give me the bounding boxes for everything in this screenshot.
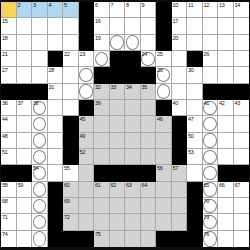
cell-r3c4[interactable]: [48, 35, 64, 51]
clue-number: 10: [173, 2, 179, 8]
cell-r5c7-block: [94, 67, 110, 83]
cell-r15c12-block: [172, 231, 188, 247]
cell-r11c15-block: [218, 165, 234, 181]
cell-r1c3[interactable]: 3: [32, 2, 48, 18]
cell-r13c3[interactable]: [32, 198, 48, 214]
clue-number: 45: [80, 116, 86, 122]
cell-r3c10[interactable]: [141, 35, 157, 51]
cell-r11c11[interactable]: 56: [156, 165, 172, 181]
cell-r7c4[interactable]: [48, 100, 64, 116]
cell-r2c2[interactable]: [17, 18, 33, 34]
cell-r4c14[interactable]: 26: [203, 51, 219, 67]
cell-r6c13[interactable]: [187, 84, 203, 100]
cell-r8c2[interactable]: [17, 116, 33, 132]
cell-r1c6-block: [79, 2, 95, 18]
cell-r10c10[interactable]: [141, 149, 157, 165]
cell-r6c2-block: [17, 84, 33, 100]
circle-marker: [203, 150, 217, 164]
cell-r14c11[interactable]: [156, 214, 172, 230]
cell-r11c14[interactable]: [203, 165, 219, 181]
cell-r1c5[interactable]: 5: [63, 2, 79, 18]
clue-number: 2: [18, 2, 21, 8]
clue-number: 26: [204, 51, 210, 57]
clue-number: 12: [204, 2, 210, 8]
cell-r5c5[interactable]: [63, 67, 79, 83]
cell-r6c12[interactable]: [172, 84, 188, 100]
clue-number: 24: [142, 51, 148, 57]
cell-r5c16[interactable]: [234, 67, 250, 83]
cell-r15c9[interactable]: [125, 231, 141, 247]
cell-r12c6[interactable]: [79, 182, 95, 198]
clue-number: 37: [18, 100, 24, 106]
cell-r2c9[interactable]: [125, 18, 141, 34]
cell-r11c2-block: [17, 165, 33, 181]
cell-r14c15[interactable]: [218, 214, 234, 230]
cell-r12c9[interactable]: 63: [125, 182, 141, 198]
cell-r14c3[interactable]: [32, 214, 48, 230]
clue-number: 13: [219, 2, 225, 8]
cell-r10c16[interactable]: [234, 149, 250, 165]
circle-marker: [33, 166, 47, 180]
cell-r9c14[interactable]: [203, 133, 219, 149]
clue-number: 47: [188, 116, 194, 122]
cell-r6c7[interactable]: 32: [94, 84, 110, 100]
cell-r5c2[interactable]: [17, 67, 33, 83]
cell-r10c8[interactable]: [110, 149, 126, 165]
cell-r3c3[interactable]: [32, 35, 48, 51]
cell-r15c1[interactable]: 74: [1, 231, 17, 247]
crossword-grid[interactable]: 2345678910111213141516171819202122232425…: [0, 0, 250, 250]
clue-number: 34: [126, 84, 132, 90]
cell-r1c13[interactable]: 11: [187, 2, 203, 18]
cell-r4c9-block: [125, 51, 141, 67]
clue-number: 59: [18, 182, 24, 188]
cell-r1c16[interactable]: 14: [234, 2, 250, 18]
cell-r7c7[interactable]: 39: [94, 100, 110, 116]
cell-r15c15[interactable]: [218, 231, 234, 247]
cell-r3c14[interactable]: [203, 35, 219, 51]
cell-r7c8[interactable]: [110, 100, 126, 116]
cell-r8c11[interactable]: 46: [156, 116, 172, 132]
cell-r5c9-block: [125, 67, 141, 83]
cell-r3c16[interactable]: [234, 35, 250, 51]
cell-r8c8[interactable]: [110, 116, 126, 132]
cell-r3c11-block: [156, 35, 172, 51]
cell-r13c5[interactable]: 69: [63, 198, 79, 214]
cell-r9c16[interactable]: [234, 133, 250, 149]
cell-r12c2[interactable]: 59: [17, 182, 33, 198]
circle-marker: [203, 166, 217, 180]
clue-number: 6: [95, 2, 98, 8]
cell-r2c5[interactable]: [63, 18, 79, 34]
cell-r10c13[interactable]: 53: [187, 149, 203, 165]
cell-r2c8[interactable]: [110, 18, 126, 34]
cell-r13c14[interactable]: 70: [203, 198, 219, 214]
cell-r4c3[interactable]: [32, 51, 48, 67]
cell-r9c6[interactable]: 49: [79, 133, 95, 149]
cell-r12c7[interactable]: 61: [94, 182, 110, 198]
clue-number: 63: [126, 182, 132, 188]
circle-marker: [203, 101, 217, 115]
cell-r11c4[interactable]: [48, 165, 64, 181]
cell-r7c12[interactable]: 40: [172, 100, 188, 116]
circle-marker: [203, 199, 217, 213]
clue-number: 28: [49, 67, 55, 73]
cell-r15c2[interactable]: [17, 231, 33, 247]
cell-r1c8[interactable]: 7: [110, 2, 126, 18]
cell-r14c5[interactable]: 72: [63, 214, 79, 230]
clue-number: 18: [2, 35, 8, 41]
cell-r2c16[interactable]: [234, 18, 250, 34]
cell-r14c10[interactable]: [141, 214, 157, 230]
cell-r8c16[interactable]: [234, 116, 250, 132]
cell-r9c13[interactable]: 50: [187, 133, 203, 149]
cell-r1c15[interactable]: 13: [218, 2, 234, 18]
cell-r12c15[interactable]: 66: [218, 182, 234, 198]
cell-r9c4[interactable]: [48, 133, 64, 149]
cell-r3c13[interactable]: [187, 35, 203, 51]
cell-r14c8[interactable]: [110, 214, 126, 230]
cell-r8c5-block: [63, 116, 79, 132]
cell-r7c9[interactable]: [125, 100, 141, 116]
cell-r4c2[interactable]: [17, 51, 33, 67]
cell-r3c7[interactable]: 19: [94, 35, 110, 51]
clue-number: 54: [33, 165, 39, 171]
cell-r3c15[interactable]: [218, 35, 234, 51]
cell-r2c12[interactable]: 17: [172, 18, 188, 34]
clue-number: 70: [204, 198, 210, 204]
cell-r3c9[interactable]: [125, 35, 141, 51]
cell-r13c2[interactable]: [17, 198, 33, 214]
cell-r10c3[interactable]: [32, 149, 48, 165]
cell-r5c10-block: [141, 67, 157, 83]
cell-r4c5[interactable]: 22: [63, 51, 79, 67]
cell-r5c6[interactable]: [79, 67, 95, 83]
cell-r5c1[interactable]: 27: [1, 67, 17, 83]
clue-number: 42: [219, 100, 225, 106]
cell-r7c5[interactable]: [63, 100, 79, 116]
clue-number: 3: [33, 2, 36, 8]
cell-r1c11-block: [156, 2, 172, 18]
cell-r4c15[interactable]: [218, 51, 234, 67]
cell-r1c4[interactable]: 4: [48, 2, 64, 18]
cell-r15c6-block: [79, 231, 95, 247]
cell-r6c5[interactable]: [63, 84, 79, 100]
clue-number: 19: [95, 35, 101, 41]
cell-r13c15[interactable]: [218, 198, 234, 214]
cell-r4c11[interactable]: 25: [156, 51, 172, 67]
cell-r7c11-block: [156, 100, 172, 116]
cell-r12c10[interactable]: 64: [141, 182, 157, 198]
cell-r13c4-block: [48, 198, 64, 214]
cell-r7c14[interactable]: 41: [203, 100, 219, 116]
cell-r2c14[interactable]: [203, 18, 219, 34]
clue-number: 51: [2, 149, 8, 155]
cell-r1c1[interactable]: [1, 2, 17, 18]
cell-r1c7[interactable]: 6: [94, 2, 110, 18]
circle-marker: [203, 215, 217, 229]
clue-number: 33: [111, 84, 117, 90]
cell-r8c7[interactable]: [94, 116, 110, 132]
clue-number: 8: [126, 2, 129, 8]
cell-r2c7[interactable]: 16: [94, 18, 110, 34]
cell-r14c13-block: [187, 214, 203, 230]
cell-r9c15[interactable]: [218, 133, 234, 149]
cell-r4c13-block: [187, 51, 203, 67]
cell-r14c9[interactable]: [125, 214, 141, 230]
cell-r10c14[interactable]: [203, 149, 219, 165]
clue-number: 75: [95, 231, 101, 237]
cell-r3c5[interactable]: [63, 35, 79, 51]
cell-r14c2[interactable]: [17, 214, 33, 230]
clue-number: 11: [188, 2, 193, 8]
cell-r15c7[interactable]: 75: [94, 231, 110, 247]
cell-r11c12[interactable]: 57: [172, 165, 188, 181]
circle-marker: [203, 182, 217, 196]
circle-marker: [79, 84, 93, 98]
cell-r15c5-block: [63, 231, 79, 247]
cell-r7c1[interactable]: 36: [1, 100, 17, 116]
clue-number: 31: [49, 84, 55, 90]
cell-r11c1-block: [1, 165, 17, 181]
cell-r6c9[interactable]: 34: [125, 84, 141, 100]
cell-r8c15[interactable]: [218, 116, 234, 132]
cell-r12c4-block: [48, 182, 64, 198]
cell-r2c1[interactable]: 15: [1, 18, 17, 34]
cell-r9c8[interactable]: [110, 133, 126, 149]
cell-r8c14[interactable]: [203, 116, 219, 132]
cell-r15c3[interactable]: [32, 231, 48, 247]
clue-number: 7: [111, 2, 114, 8]
cell-r11c7-block: [94, 165, 110, 181]
cell-r11c3[interactable]: 54: [32, 165, 48, 181]
clue-number: 62: [111, 182, 117, 188]
cell-r12c12[interactable]: [172, 182, 188, 198]
cell-r3c12[interactable]: 20: [172, 35, 188, 51]
cell-r15c14[interactable]: 76: [203, 231, 219, 247]
cell-r13c10[interactable]: [141, 198, 157, 214]
cell-r14c4-block: [48, 214, 64, 230]
cell-r8c3[interactable]: [32, 116, 48, 132]
cell-r10c5-block: [63, 149, 79, 165]
cell-r11c13[interactable]: [187, 165, 203, 181]
cell-r5c8-block: [110, 67, 126, 83]
cell-r8c10[interactable]: [141, 116, 157, 132]
cell-r3c8[interactable]: [110, 35, 126, 51]
cell-r11c10-block: [141, 165, 157, 181]
clue-number: 60: [64, 182, 70, 188]
cell-r2c10[interactable]: [141, 18, 157, 34]
cell-r8c12-block: [172, 116, 188, 132]
cell-r15c10[interactable]: [141, 231, 157, 247]
cell-r14c1[interactable]: 71: [1, 214, 17, 230]
cell-r12c8[interactable]: 62: [110, 182, 126, 198]
cell-r13c1[interactable]: 68: [1, 198, 17, 214]
cell-r6c4[interactable]: 31: [48, 84, 64, 100]
cell-r8c9[interactable]: [125, 116, 141, 132]
cell-r10c15[interactable]: [218, 149, 234, 165]
cell-r14c7[interactable]: [94, 214, 110, 230]
cell-r11c6[interactable]: [79, 165, 95, 181]
cell-r1c14[interactable]: 12: [203, 2, 219, 18]
cell-r8c13[interactable]: 47: [187, 116, 203, 132]
clue-number: 20: [173, 35, 179, 41]
cell-r1c9[interactable]: 8: [125, 2, 141, 18]
cell-r13c9[interactable]: [125, 198, 141, 214]
cell-r5c3[interactable]: [32, 67, 48, 83]
clue-number: 64: [142, 182, 148, 188]
cell-r7c15[interactable]: 42: [218, 100, 234, 116]
cell-r6c14-block: [203, 84, 219, 100]
cell-r2c15[interactable]: [218, 18, 234, 34]
cell-r11c5[interactable]: 55: [63, 165, 79, 181]
clue-number: 39: [95, 100, 101, 106]
cell-r10c7[interactable]: [94, 149, 110, 165]
cell-r5c14[interactable]: [203, 67, 219, 83]
cell-r12c16[interactable]: 67: [234, 182, 250, 198]
clue-number: 5: [64, 2, 67, 8]
cell-r4c6[interactable]: 23: [79, 51, 95, 67]
cell-r12c14[interactable]: 65: [203, 182, 219, 198]
circle-marker: [110, 35, 124, 49]
cell-r14c14[interactable]: 73: [203, 214, 219, 230]
cell-r1c2[interactable]: 2: [17, 2, 33, 18]
clue-number: 67: [235, 182, 241, 188]
clue-number: 50: [188, 133, 194, 139]
circle-marker: [126, 35, 140, 49]
clue-number: 15: [2, 18, 8, 24]
cell-r13c6[interactable]: [79, 198, 95, 214]
cell-r10c11[interactable]: [156, 149, 172, 165]
clue-number: 25: [157, 51, 163, 57]
cell-r5c13[interactable]: 30: [187, 67, 203, 83]
cell-r12c11[interactable]: [156, 182, 172, 198]
clue-number: 23: [80, 51, 86, 57]
cell-r12c1[interactable]: 58: [1, 182, 17, 198]
cell-r6c1-block: [1, 84, 17, 100]
cell-r9c2[interactable]: [17, 133, 33, 149]
cell-r9c1[interactable]: 48: [1, 133, 17, 149]
circle-marker: [203, 133, 217, 147]
cell-r2c6-block: [79, 18, 95, 34]
cell-r9c10[interactable]: [141, 133, 157, 149]
cell-r1c12[interactable]: 10: [172, 2, 188, 18]
cell-r8c4[interactable]: [48, 116, 64, 132]
cell-r12c5[interactable]: 60: [63, 182, 79, 198]
cell-r13c16[interactable]: [234, 198, 250, 214]
cell-r9c5-block: [63, 133, 79, 149]
cell-r4c7[interactable]: [94, 51, 110, 67]
cell-r4c10[interactable]: 24: [141, 51, 157, 67]
cell-r5c4[interactable]: 28: [48, 67, 64, 83]
clue-number: 14: [235, 2, 241, 8]
circle-marker: [95, 52, 109, 66]
cell-r9c9[interactable]: [125, 133, 141, 149]
cell-r9c3[interactable]: [32, 133, 48, 149]
cell-r2c3[interactable]: [32, 18, 48, 34]
cell-r7c2[interactable]: 37: [17, 100, 33, 116]
cell-r6c8[interactable]: 33: [110, 84, 126, 100]
cell-r14c6[interactable]: [79, 214, 95, 230]
cell-r15c8[interactable]: [110, 231, 126, 247]
cell-r5c15[interactable]: [218, 67, 234, 83]
cell-r7c13[interactable]: [187, 100, 203, 116]
cell-r1c10[interactable]: 9: [141, 2, 157, 18]
cell-r10c6[interactable]: 52: [79, 149, 95, 165]
cell-r11c16-block: [234, 165, 250, 181]
cell-r13c11[interactable]: [156, 198, 172, 214]
cell-r5c11[interactable]: 29: [156, 67, 172, 83]
cell-r3c1[interactable]: 18: [1, 35, 17, 51]
cell-r4c16[interactable]: [234, 51, 250, 67]
cell-r10c4[interactable]: [48, 149, 64, 165]
clue-number: 57: [173, 165, 179, 171]
circle-marker: [33, 182, 47, 196]
clue-number: 35: [142, 84, 148, 90]
clue-number: 66: [219, 182, 225, 188]
cell-r6c16-block: [234, 84, 250, 100]
clue-number: 48: [2, 133, 8, 139]
clue-number: 52: [80, 149, 86, 155]
cell-r9c11[interactable]: [156, 133, 172, 149]
clue-number: 40: [173, 100, 179, 106]
cell-r6c10[interactable]: 35: [141, 84, 157, 100]
cell-r4c12[interactable]: [172, 51, 188, 67]
cell-r7c6-block: [79, 100, 95, 116]
cell-r8c1[interactable]: 44: [1, 116, 17, 132]
clue-number: 58: [2, 182, 8, 188]
cell-r3c6-block: [79, 35, 95, 51]
cell-r11c8-block: [110, 165, 126, 181]
cell-r4c1[interactable]: 21: [1, 51, 17, 67]
cell-r15c11-block: [156, 231, 172, 247]
clue-number: 30: [188, 67, 194, 73]
cell-r10c9[interactable]: [125, 149, 141, 165]
cell-r13c7[interactable]: [94, 198, 110, 214]
cell-r13c12[interactable]: [172, 198, 188, 214]
cell-r9c7[interactable]: [94, 133, 110, 149]
cell-r2c13[interactable]: [187, 18, 203, 34]
cell-r10c2[interactable]: [17, 149, 33, 165]
clue-number: 46: [157, 116, 163, 122]
clue-number: 44: [2, 116, 8, 122]
cell-r3c2[interactable]: [17, 35, 33, 51]
cell-r2c11-block: [156, 18, 172, 34]
circle-marker: [79, 68, 93, 82]
cell-r15c16[interactable]: [234, 231, 250, 247]
cell-r7c16[interactable]: 43: [234, 100, 250, 116]
cell-r7c10[interactable]: [141, 100, 157, 116]
cell-r6c11[interactable]: [156, 84, 172, 100]
circle-marker: [141, 52, 155, 66]
cell-r6c15-block: [218, 84, 234, 100]
cell-r7c3[interactable]: 38: [32, 100, 48, 116]
cell-r13c8[interactable]: [110, 198, 126, 214]
cell-r8c6[interactable]: 45: [79, 116, 95, 132]
cell-r6c6[interactable]: [79, 84, 95, 100]
clue-number: 71: [2, 214, 8, 220]
cell-r14c16[interactable]: [234, 214, 250, 230]
cell-r9c12-block: [172, 133, 188, 149]
cell-r12c3[interactable]: [32, 182, 48, 198]
cell-r10c1[interactable]: 51: [1, 149, 17, 165]
clue-number: 29: [157, 67, 163, 73]
cell-r2c4[interactable]: [48, 18, 64, 34]
clue-number: 43: [235, 100, 241, 106]
cell-r14c12[interactable]: [172, 214, 188, 230]
circle-marker: [203, 231, 217, 246]
cell-r5c12[interactable]: [172, 67, 188, 83]
